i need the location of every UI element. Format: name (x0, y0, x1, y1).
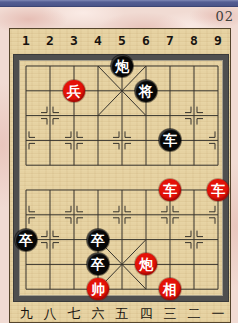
piece-black-general[interactable]: 将 (135, 80, 157, 102)
piece-red-cannon[interactable]: 炮 (135, 253, 157, 275)
window-title-strip (0, 0, 238, 7)
coord-label: 二 (182, 306, 206, 322)
coord-label: 六 (86, 306, 110, 322)
coord-label: 三 (158, 306, 182, 322)
coord-label: 九 (14, 306, 38, 322)
puzzle-number: 02 (215, 9, 234, 24)
coord-label: 一 (206, 306, 230, 322)
piece-black-soldier[interactable]: 卒 (87, 253, 109, 275)
board-intersections-grid[interactable]: 炮兵将车车车卒卒卒炮帅相 (14, 54, 230, 302)
piece-red-chariot[interactable]: 车 (159, 179, 181, 201)
coord-label: 七 (62, 306, 86, 322)
piece-red-chariot[interactable]: 车 (207, 179, 229, 201)
piece-red-elephant[interactable]: 相 (159, 278, 181, 300)
piece-black-soldier[interactable]: 卒 (15, 229, 37, 251)
piece-red-soldier[interactable]: 兵 (63, 80, 85, 102)
bottom-coordinates: 九八七六五四三二一 (10, 306, 230, 323)
piece-black-chariot[interactable]: 车 (159, 129, 181, 151)
coord-label: 八 (38, 306, 62, 322)
piece-black-soldier[interactable]: 卒 (87, 229, 109, 251)
screen: 02 123456789 炮兵将车车车卒卒卒炮帅相 九八七六五四三二一 (0, 0, 238, 323)
piece-black-cannon[interactable]: 炮 (111, 55, 133, 77)
xiangqi-board-panel: 123456789 炮兵将车车车卒卒卒炮帅相 九八七六五四三二一 (9, 28, 231, 323)
coord-label: 四 (134, 306, 158, 322)
coord-label: 五 (110, 306, 134, 322)
piece-red-general[interactable]: 帅 (87, 278, 109, 300)
